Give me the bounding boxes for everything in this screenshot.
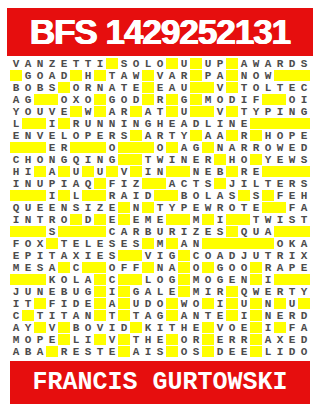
grid-cell-letter: U xyxy=(22,202,34,214)
grid-cell-highlight xyxy=(166,238,178,250)
grid-cell-letter: T xyxy=(58,238,70,250)
grid-cell-letter: I xyxy=(178,226,190,238)
grid-cell-letter: S xyxy=(118,58,130,70)
grid-cell-letter: N xyxy=(154,262,166,274)
grid-cell-letter: T xyxy=(58,310,70,322)
grid-cell-highlight xyxy=(70,106,82,118)
grid-cell-highlight xyxy=(58,190,70,202)
grid-cell-highlight xyxy=(34,166,46,178)
grid-cell-letter: N xyxy=(22,130,34,142)
grid-cell-highlight xyxy=(202,334,214,346)
grid-cell-letter: E xyxy=(226,346,238,358)
grid-cell-letter: U xyxy=(130,298,142,310)
grid-cell-letter: P xyxy=(262,106,274,118)
grid-cell-highlight xyxy=(70,226,82,238)
grid-cell-letter: X xyxy=(70,250,82,262)
grid-cell-highlight xyxy=(130,166,142,178)
grid-cell-letter: E xyxy=(94,250,106,262)
grid-cell-letter: O xyxy=(22,238,34,250)
grid-cell-highlight xyxy=(250,274,262,286)
grid-cell-highlight xyxy=(226,310,238,322)
grid-cell-letter: L xyxy=(262,82,274,94)
grid-cell-letter: I xyxy=(262,274,274,286)
grid-cell-highlight xyxy=(250,118,262,130)
grid-cell-letter: V xyxy=(118,166,130,178)
grid-cell-letter: F xyxy=(130,262,142,274)
grid-cell-letter: L xyxy=(70,274,82,286)
grid-cell-letter: A xyxy=(118,226,130,238)
grid-cell-letter: I xyxy=(130,190,142,202)
grid-cell-letter: E xyxy=(190,154,202,166)
grid-cell-letter: S xyxy=(70,202,82,214)
grid-cell-letter: I xyxy=(298,94,310,106)
grid-cell-letter: H xyxy=(154,118,166,130)
grid-cell-highlight xyxy=(262,238,274,250)
grid-cell-highlight xyxy=(190,82,202,94)
grid-cell-letter: R xyxy=(238,166,250,178)
grid-cell-letter: R xyxy=(46,214,58,226)
grid-cell-letter: V xyxy=(142,250,154,262)
grid-cell-highlight xyxy=(46,346,58,358)
grid-cell-highlight xyxy=(214,178,226,190)
grid-cell-letter: E xyxy=(94,130,106,142)
grid-cell-letter: N xyxy=(22,214,34,226)
grid-cell-letter: O xyxy=(82,322,94,334)
grid-cell-letter: R xyxy=(154,94,166,106)
grid-cell-highlight xyxy=(46,94,58,106)
grid-cell-letter: B xyxy=(142,226,154,238)
grid-cell-letter: L xyxy=(202,118,214,130)
grid-cell-letter: R xyxy=(214,202,226,214)
grid-cell-highlight xyxy=(250,322,262,334)
grid-cell-letter: T xyxy=(118,82,130,94)
grid-cell-highlight xyxy=(130,142,142,154)
grid-cell-highlight xyxy=(190,106,202,118)
grid-cell-highlight xyxy=(130,322,142,334)
grid-cell-highlight xyxy=(226,166,238,178)
grid-cell-letter: Z xyxy=(94,202,106,214)
grid-cell-letter: I xyxy=(82,154,94,166)
grid-cell-highlight xyxy=(94,178,106,190)
grid-cell-highlight xyxy=(166,142,178,154)
grid-cell-letter: M xyxy=(142,214,154,226)
grid-cell-letter: O xyxy=(22,334,34,346)
grid-cell-letter: L xyxy=(262,346,274,358)
grid-cell-letter: F xyxy=(250,94,262,106)
grid-cell-letter: Y xyxy=(166,202,178,214)
grid-cell-letter: E xyxy=(274,310,286,322)
grid-cell-highlight xyxy=(142,94,154,106)
grid-cell-letter: B xyxy=(70,322,82,334)
book-cover: BFS 1429252131 VANZETTISOLOUUPAWARDSGOAD… xyxy=(0,0,320,414)
grid-cell-letter: C xyxy=(70,262,82,274)
grid-cell-highlight xyxy=(94,286,106,298)
grid-cell-letter: O xyxy=(262,142,274,154)
grid-cell-letter: S xyxy=(298,58,310,70)
grid-cell-highlight xyxy=(250,334,262,346)
grid-cell-highlight xyxy=(106,166,118,178)
grid-cell-highlight xyxy=(142,202,154,214)
grid-cell-letter: O xyxy=(226,202,238,214)
grid-cell-highlight xyxy=(82,262,94,274)
grid-cell-letter: N xyxy=(286,106,298,118)
grid-cell-highlight xyxy=(178,166,190,178)
grid-cell-highlight xyxy=(226,214,238,226)
grid-cell-letter: I xyxy=(118,178,130,190)
grid-cell-letter: L xyxy=(70,190,82,202)
grid-cell-letter: A xyxy=(202,130,214,142)
grid-cell-highlight xyxy=(130,250,142,262)
grid-cell-letter: R xyxy=(154,130,166,142)
grid-cell-letter: U xyxy=(178,106,190,118)
grid-cell-letter: O xyxy=(82,94,94,106)
grid-cell-letter: W xyxy=(250,286,262,298)
grid-cell-letter: N xyxy=(58,202,70,214)
grid-cell-letter: R xyxy=(238,142,250,154)
grid-cell-letter: E xyxy=(10,130,22,142)
grid-cell-letter: A xyxy=(106,82,118,94)
grid-cell-letter: I xyxy=(106,286,118,298)
grid-cell-highlight xyxy=(94,262,106,274)
grid-cell-letter: E xyxy=(106,346,118,358)
grid-cell-letter: F xyxy=(46,298,58,310)
grid-cell-highlight xyxy=(130,130,142,142)
grid-cell-letter: I xyxy=(22,166,34,178)
grid-cell-highlight xyxy=(274,166,286,178)
grid-cell-letter: G xyxy=(130,286,142,298)
grid-cell-letter: E xyxy=(46,334,58,346)
grid-cell-letter: A xyxy=(214,130,226,142)
grid-cell-highlight xyxy=(250,262,262,274)
grid-cell-letter: E xyxy=(238,118,250,130)
grid-cell-letter: O xyxy=(298,346,310,358)
grid-cell-letter: O xyxy=(238,154,250,166)
grid-cell-letter: G xyxy=(166,250,178,262)
grid-cell-highlight xyxy=(178,250,190,262)
grid-cell-letter: E xyxy=(250,166,262,178)
grid-cell-letter: F xyxy=(274,190,286,202)
grid-cell-letter: A xyxy=(166,178,178,190)
grid-cell-letter: X xyxy=(70,94,82,106)
grid-cell-letter: U xyxy=(178,82,190,94)
grid-cell-letter: L xyxy=(250,178,262,190)
grid-cell-highlight xyxy=(22,118,34,130)
grid-cell-letter: D xyxy=(142,298,154,310)
grid-cell-highlight xyxy=(94,274,106,286)
grid-cell-letter: V xyxy=(10,58,22,70)
grid-cell-letter: A xyxy=(178,118,190,130)
grid-cell-letter: E xyxy=(70,346,82,358)
grid-cell-letter: H xyxy=(22,154,34,166)
grid-cell-letter: U xyxy=(154,226,166,238)
grid-cell-letter: N xyxy=(46,154,58,166)
grid-cell-letter: S xyxy=(106,250,118,262)
grid-cell-letter: S xyxy=(250,190,262,202)
grid-cell-letter: E xyxy=(106,202,118,214)
grid-cell-highlight xyxy=(22,142,34,154)
grid-cell-letter: X xyxy=(298,250,310,262)
grid-cell-letter: M xyxy=(202,94,214,106)
grid-cell-letter: E xyxy=(214,334,226,346)
grid-cell-letter: E xyxy=(46,130,58,142)
grid-cell-highlight xyxy=(130,154,142,166)
author-text: FRANCIS GURTOWSKI xyxy=(32,368,287,397)
grid-cell-highlight xyxy=(82,190,94,202)
grid-cell-letter: I xyxy=(202,286,214,298)
grid-cell-letter: M xyxy=(190,214,202,226)
grid-cell-highlight xyxy=(262,166,274,178)
grid-cell-letter: E xyxy=(190,322,202,334)
grid-cell-letter: Y xyxy=(298,286,310,298)
grid-cell-letter: T xyxy=(190,178,202,190)
grid-cell-highlight xyxy=(130,274,142,286)
grid-cell-highlight xyxy=(274,118,286,130)
grid-cell-letter: I xyxy=(82,202,94,214)
grid-cell-letter: Y xyxy=(22,322,34,334)
grid-cell-letter: O xyxy=(70,82,82,94)
grid-cell-highlight xyxy=(166,94,178,106)
grid-cell-letter: W xyxy=(154,154,166,166)
grid-cell-highlight xyxy=(70,142,82,154)
grid-cell-highlight xyxy=(34,226,46,238)
grid-cell-letter: U xyxy=(70,166,82,178)
grid-cell-letter: D xyxy=(190,118,202,130)
grid-cell-letter: D xyxy=(58,70,70,82)
grid-cell-letter: Z xyxy=(190,226,202,238)
grid-cell-letter: E xyxy=(46,286,58,298)
grid-cell-letter: A xyxy=(142,310,154,322)
grid-cell-letter: D xyxy=(82,214,94,226)
grid-cell-highlight xyxy=(166,334,178,346)
grid-cell-highlight xyxy=(10,274,22,286)
grid-cell-letter: R xyxy=(118,106,130,118)
grid-cell-letter: A xyxy=(70,310,82,322)
grid-cell-letter: O xyxy=(34,70,46,82)
grid-cell-letter: E xyxy=(238,322,250,334)
grid-cell-letter: I xyxy=(154,250,166,262)
grid-cell-highlight xyxy=(274,94,286,106)
grid-cell-letter: D xyxy=(226,250,238,262)
grid-cell-letter: K xyxy=(46,274,58,286)
grid-cell-letter: N xyxy=(226,118,238,130)
grid-cell-letter: E xyxy=(154,334,166,346)
grid-cell-letter: V xyxy=(214,322,226,334)
grid-cell-letter: I xyxy=(10,214,22,226)
grid-cell-letter: O xyxy=(70,130,82,142)
grid-cell-letter: I xyxy=(10,298,22,310)
grid-cell-highlight xyxy=(142,82,154,94)
grid-cell-letter: R xyxy=(190,334,202,346)
grid-cell-letter: C xyxy=(190,250,202,262)
grid-cell-letter: A xyxy=(166,82,178,94)
grid-cell-letter: A xyxy=(82,274,94,286)
grid-cell-letter: A xyxy=(10,322,22,334)
grid-cell-letter: A xyxy=(34,346,46,358)
grid-cell-highlight xyxy=(58,82,70,94)
grid-cell-letter: T xyxy=(298,214,310,226)
grid-cell-letter: E xyxy=(130,214,142,226)
grid-cell-highlight xyxy=(154,178,166,190)
grid-cell-letter: L xyxy=(70,334,82,346)
grid-cell-letter: H xyxy=(226,154,238,166)
grid-cell-highlight xyxy=(58,262,70,274)
grid-cell-letter: F xyxy=(106,178,118,190)
grid-cell-letter: X xyxy=(274,334,286,346)
grid-cell-highlight xyxy=(250,310,262,322)
grid-cell-highlight xyxy=(22,310,34,322)
grid-cell-letter: N xyxy=(262,298,274,310)
grid-cell-letter: I xyxy=(58,178,70,190)
grid-cell-letter: I xyxy=(214,118,226,130)
grid-cell-letter: A xyxy=(130,346,142,358)
title-text: BFS 1429252131 xyxy=(30,12,290,52)
grid-cell-highlight xyxy=(262,94,274,106)
grid-cell-letter: R xyxy=(250,142,262,154)
grid-cell-letter: A xyxy=(274,262,286,274)
grid-cell-highlight xyxy=(226,70,238,82)
grid-cell-letter: O xyxy=(106,142,118,154)
grid-cell-highlight xyxy=(118,274,130,286)
grid-cell-letter: H xyxy=(262,130,274,142)
grid-cell-highlight xyxy=(238,190,250,202)
grid-cell-letter: N xyxy=(262,310,274,322)
grid-cell-letter: O xyxy=(58,214,70,226)
grid-cell-highlight xyxy=(202,214,214,226)
grid-cell-letter: T xyxy=(46,250,58,262)
grid-cell-highlight xyxy=(250,346,262,358)
grid-cell-letter: A xyxy=(106,106,118,118)
grid-cell-highlight xyxy=(10,226,22,238)
grid-cell-letter: W xyxy=(262,70,274,82)
grid-cell-letter: A xyxy=(46,70,58,82)
grid-cell-letter: G xyxy=(154,310,166,322)
grid-cell-letter: P xyxy=(34,334,46,346)
grid-cell-highlight xyxy=(214,238,226,250)
grid-cell-letter: U xyxy=(250,226,262,238)
grid-cell-letter: T xyxy=(22,298,34,310)
grid-cell-letter: W xyxy=(274,142,286,154)
grid-cell-letter: I xyxy=(274,106,286,118)
grid-cell-letter: R xyxy=(178,70,190,82)
grid-cell-letter: A xyxy=(106,298,118,310)
grid-cell-letter: E xyxy=(166,118,178,130)
grid-cell-highlight xyxy=(226,286,238,298)
grid-cell-letter: F xyxy=(118,262,130,274)
grid-cell-highlight xyxy=(118,142,130,154)
grid-cell-highlight xyxy=(94,190,106,202)
grid-cell-letter: R xyxy=(58,346,70,358)
grid-cell-letter: C xyxy=(298,82,310,94)
grid-cell-letter: V xyxy=(106,334,118,346)
grid-cell-letter: O xyxy=(190,190,202,202)
grid-cell-highlight xyxy=(34,298,46,310)
author-banner: FRANCIS GURTOWSKI xyxy=(10,361,310,404)
grid-cell-letter: R xyxy=(70,118,82,130)
grid-cell-letter: A xyxy=(214,70,226,82)
grid-cell-letter: A xyxy=(178,238,190,250)
grid-cell-highlight xyxy=(250,130,262,142)
grid-cell-letter: B xyxy=(178,190,190,202)
grid-cell-letter: A xyxy=(178,310,190,322)
grid-cell-letter: I xyxy=(154,322,166,334)
grid-cell-letter: W xyxy=(262,214,274,226)
grid-cell-letter: N xyxy=(106,118,118,130)
grid-cell-letter: I xyxy=(214,214,226,226)
grid-cell-letter: T xyxy=(202,310,214,322)
grid-cell-letter: O xyxy=(202,274,214,286)
grid-cell-letter: U xyxy=(22,286,34,298)
grid-cell-highlight xyxy=(46,238,58,250)
grid-cell-letter: O xyxy=(22,82,34,94)
grid-cell-letter: N xyxy=(82,310,94,322)
grid-cell-letter: N xyxy=(190,166,202,178)
grid-cell-highlight xyxy=(298,274,310,286)
grid-cell-letter: O xyxy=(130,58,142,70)
grid-cell-letter: I xyxy=(94,58,106,70)
grid-cell-letter: T xyxy=(274,82,286,94)
grid-cell-letter: U xyxy=(34,106,46,118)
grid-cell-letter: O xyxy=(106,262,118,274)
grid-cell-letter: E xyxy=(154,214,166,226)
grid-cell-letter: R xyxy=(274,250,286,262)
grid-cell-highlight xyxy=(262,190,274,202)
grid-cell-letter: A xyxy=(226,142,238,154)
grid-cell-letter: E xyxy=(250,202,262,214)
grid-cell-letter: C xyxy=(106,274,118,286)
grid-cell-letter: J xyxy=(10,286,22,298)
grid-cell-letter: H xyxy=(10,166,22,178)
grid-cell-letter: T xyxy=(34,310,46,322)
grid-cell-letter: R xyxy=(238,334,250,346)
grid-cell-letter: U xyxy=(286,298,298,310)
grid-cell-letter: T xyxy=(286,286,298,298)
grid-cell-letter: E xyxy=(226,274,238,286)
grid-cell-highlight xyxy=(238,214,250,226)
grid-cell-letter: G xyxy=(166,274,178,286)
grid-cell-highlight xyxy=(10,70,22,82)
grid-cell-highlight xyxy=(298,166,310,178)
grid-cell-letter: R xyxy=(106,190,118,202)
grid-cell-letter: E xyxy=(286,82,298,94)
grid-cell-letter: A xyxy=(10,346,22,358)
grid-cell-highlight xyxy=(274,322,286,334)
grid-cell-letter: A xyxy=(214,250,226,262)
grid-cell-letter: T xyxy=(130,310,142,322)
grid-cell-letter: W xyxy=(178,298,190,310)
grid-cell-letter: D xyxy=(70,298,82,310)
grid-cell-letter: T xyxy=(106,70,118,82)
grid-cell-highlight xyxy=(178,214,190,226)
grid-cell-highlight xyxy=(166,166,178,178)
grid-cell-highlight xyxy=(118,214,130,226)
grid-cell-letter: E xyxy=(82,298,94,310)
grid-cell-letter: N xyxy=(130,118,142,130)
grid-cell-letter: S xyxy=(46,82,58,94)
grid-cell-letter: O xyxy=(178,346,190,358)
grid-cell-highlight xyxy=(202,262,214,274)
grid-cell-letter: S xyxy=(190,346,202,358)
grid-cell-highlight xyxy=(226,106,238,118)
grid-cell-letter: B xyxy=(58,286,70,298)
grid-cell-letter: T xyxy=(250,214,262,226)
grid-cell-letter: O xyxy=(202,250,214,262)
grid-cell-letter: E xyxy=(238,346,250,358)
grid-cell-letter: A xyxy=(118,70,130,82)
grid-cell-letter: N xyxy=(190,310,202,322)
grid-cell-letter: S xyxy=(214,226,226,238)
grid-cell-letter: D xyxy=(118,322,130,334)
grid-cell-highlight xyxy=(94,334,106,346)
